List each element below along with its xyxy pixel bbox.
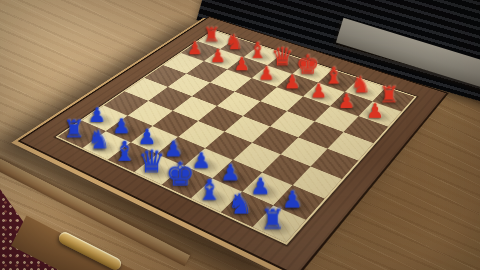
- piece-red-pawn: ♟: [331, 91, 363, 111]
- chess-photo-scene: ♜♞♝♛♚♝♞♜♟♟♟♟♟♟♟♟♟♟♟♟♟♟♟♟♜♞♝♛♚♝♞♜: [0, 0, 480, 270]
- square-h7: ♟: [358, 102, 401, 127]
- piece-blue-rook: ♜: [253, 205, 292, 233]
- piece-red-pawn: ♟: [359, 101, 391, 121]
- square-d4: [198, 106, 243, 132]
- piece-red-pawn: ♟: [303, 81, 334, 100]
